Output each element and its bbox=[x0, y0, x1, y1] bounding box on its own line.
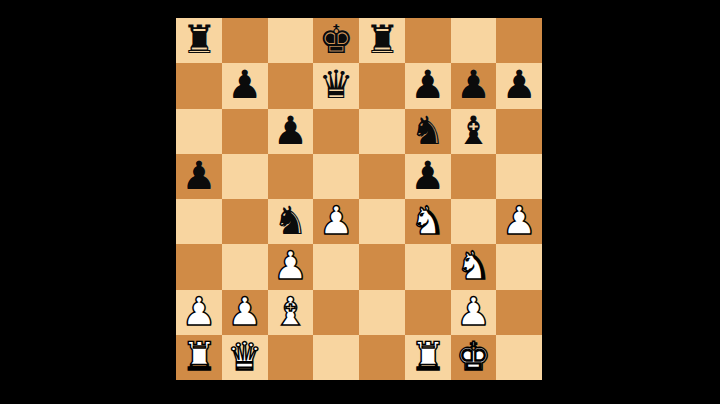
piece-white-pawn[interactable]: ♟ bbox=[502, 201, 537, 240]
piece-black-pawn[interactable]: ♟ bbox=[273, 111, 308, 150]
square-e2[interactable] bbox=[359, 290, 405, 335]
square-e3[interactable] bbox=[359, 244, 405, 289]
piece-white-knight[interactable]: ♞ bbox=[410, 201, 445, 240]
square-a8[interactable]: ♜ bbox=[176, 18, 222, 63]
piece-black-bishop[interactable]: ♝ bbox=[456, 111, 491, 150]
square-a6[interactable] bbox=[176, 109, 222, 154]
square-d6[interactable] bbox=[313, 109, 359, 154]
square-d8[interactable]: ♚ bbox=[313, 18, 359, 63]
piece-black-pawn[interactable]: ♟ bbox=[227, 65, 262, 104]
square-d4[interactable]: ♟ bbox=[313, 199, 359, 244]
piece-white-pawn[interactable]: ♟ bbox=[319, 201, 354, 240]
square-f6[interactable]: ♞ bbox=[405, 109, 451, 154]
square-c1[interactable] bbox=[268, 335, 314, 380]
square-f4[interactable]: ♞ bbox=[405, 199, 451, 244]
square-b1[interactable]: ♛ bbox=[222, 335, 268, 380]
square-c4[interactable]: ♞ bbox=[268, 199, 314, 244]
square-a4[interactable] bbox=[176, 199, 222, 244]
square-f1[interactable]: ♜ bbox=[405, 335, 451, 380]
piece-white-pawn[interactable]: ♟ bbox=[273, 246, 308, 285]
square-f5[interactable]: ♟ bbox=[405, 154, 451, 199]
square-e4[interactable] bbox=[359, 199, 405, 244]
square-c8[interactable] bbox=[268, 18, 314, 63]
piece-black-pawn[interactable]: ♟ bbox=[410, 65, 445, 104]
square-h6[interactable] bbox=[496, 109, 542, 154]
square-d5[interactable] bbox=[313, 154, 359, 199]
square-g8[interactable] bbox=[451, 18, 497, 63]
square-b6[interactable] bbox=[222, 109, 268, 154]
piece-black-pawn[interactable]: ♟ bbox=[410, 156, 445, 195]
piece-white-knight[interactable]: ♞ bbox=[456, 246, 491, 285]
square-e6[interactable] bbox=[359, 109, 405, 154]
chess-board: ♜♚♜♟♛♟♟♟♟♞♝♟♟♞♟♞♟♟♞♟♟♝♟♜♛♜♚ bbox=[176, 18, 542, 380]
square-h2[interactable] bbox=[496, 290, 542, 335]
piece-white-rook[interactable]: ♜ bbox=[181, 337, 216, 376]
square-b8[interactable] bbox=[222, 18, 268, 63]
square-g2[interactable]: ♟ bbox=[451, 290, 497, 335]
square-f8[interactable] bbox=[405, 18, 451, 63]
square-f3[interactable] bbox=[405, 244, 451, 289]
piece-black-pawn[interactable]: ♟ bbox=[181, 156, 216, 195]
square-a3[interactable] bbox=[176, 244, 222, 289]
piece-white-bishop[interactable]: ♝ bbox=[273, 292, 308, 331]
square-c7[interactable] bbox=[268, 63, 314, 108]
square-e8[interactable]: ♜ bbox=[359, 18, 405, 63]
square-b3[interactable] bbox=[222, 244, 268, 289]
piece-black-queen[interactable]: ♛ bbox=[319, 65, 354, 104]
square-d2[interactable] bbox=[313, 290, 359, 335]
square-g1[interactable]: ♚ bbox=[451, 335, 497, 380]
square-c2[interactable]: ♝ bbox=[268, 290, 314, 335]
piece-white-pawn[interactable]: ♟ bbox=[227, 292, 262, 331]
square-h7[interactable]: ♟ bbox=[496, 63, 542, 108]
square-h8[interactable] bbox=[496, 18, 542, 63]
square-c3[interactable]: ♟ bbox=[268, 244, 314, 289]
square-g5[interactable] bbox=[451, 154, 497, 199]
square-a2[interactable]: ♟ bbox=[176, 290, 222, 335]
piece-black-knight[interactable]: ♞ bbox=[410, 111, 445, 150]
square-e1[interactable] bbox=[359, 335, 405, 380]
square-h4[interactable]: ♟ bbox=[496, 199, 542, 244]
piece-black-pawn[interactable]: ♟ bbox=[456, 65, 491, 104]
square-a5[interactable]: ♟ bbox=[176, 154, 222, 199]
square-f7[interactable]: ♟ bbox=[405, 63, 451, 108]
piece-black-rook[interactable]: ♜ bbox=[364, 20, 399, 59]
square-d3[interactable] bbox=[313, 244, 359, 289]
piece-black-king[interactable]: ♚ bbox=[319, 20, 354, 59]
square-g4[interactable] bbox=[451, 199, 497, 244]
square-b7[interactable]: ♟ bbox=[222, 63, 268, 108]
square-h3[interactable] bbox=[496, 244, 542, 289]
square-a1[interactable]: ♜ bbox=[176, 335, 222, 380]
square-g6[interactable]: ♝ bbox=[451, 109, 497, 154]
square-d7[interactable]: ♛ bbox=[313, 63, 359, 108]
square-g7[interactable]: ♟ bbox=[451, 63, 497, 108]
piece-white-pawn[interactable]: ♟ bbox=[181, 292, 216, 331]
piece-white-rook[interactable]: ♜ bbox=[410, 337, 445, 376]
square-h5[interactable] bbox=[496, 154, 542, 199]
square-g3[interactable]: ♞ bbox=[451, 244, 497, 289]
square-h1[interactable] bbox=[496, 335, 542, 380]
piece-white-queen[interactable]: ♛ bbox=[227, 337, 262, 376]
piece-black-rook[interactable]: ♜ bbox=[181, 20, 216, 59]
piece-white-pawn[interactable]: ♟ bbox=[456, 292, 491, 331]
piece-black-pawn[interactable]: ♟ bbox=[502, 65, 537, 104]
square-b4[interactable] bbox=[222, 199, 268, 244]
square-b2[interactable]: ♟ bbox=[222, 290, 268, 335]
square-c5[interactable] bbox=[268, 154, 314, 199]
square-e5[interactable] bbox=[359, 154, 405, 199]
square-c6[interactable]: ♟ bbox=[268, 109, 314, 154]
square-e7[interactable] bbox=[359, 63, 405, 108]
piece-white-king[interactable]: ♚ bbox=[456, 337, 491, 376]
piece-black-knight[interactable]: ♞ bbox=[273, 201, 308, 240]
video-frame-background: ♜♚♜♟♛♟♟♟♟♞♝♟♟♞♟♞♟♟♞♟♟♝♟♜♛♜♚ bbox=[0, 0, 720, 404]
square-a7[interactable] bbox=[176, 63, 222, 108]
square-d1[interactable] bbox=[313, 335, 359, 380]
square-f2[interactable] bbox=[405, 290, 451, 335]
square-b5[interactable] bbox=[222, 154, 268, 199]
